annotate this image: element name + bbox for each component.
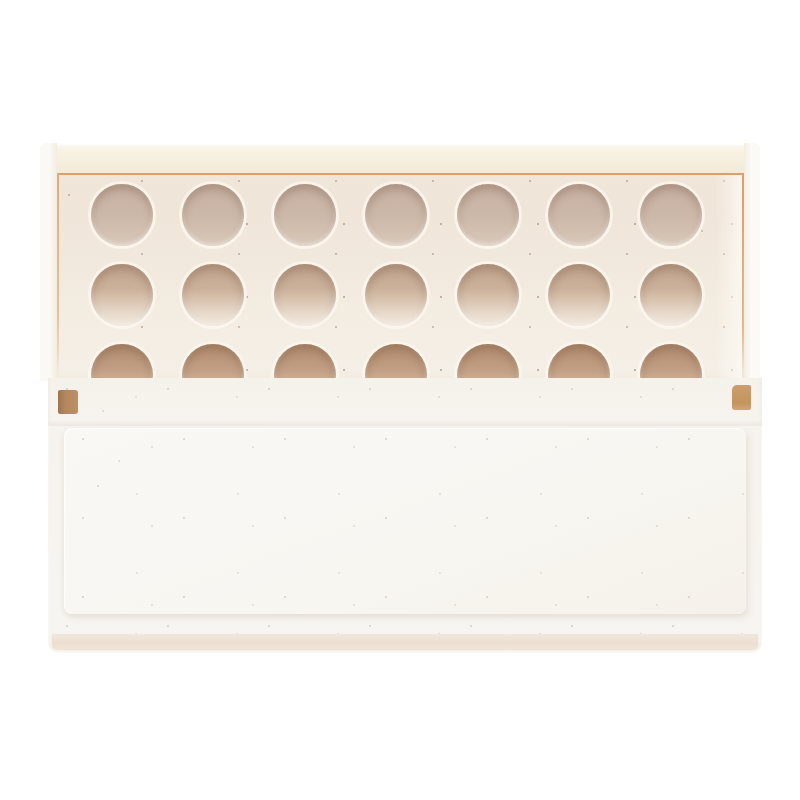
board-cell-r1c1: [76, 175, 168, 255]
board-cell-r1c7: [625, 175, 717, 255]
board-hole: [640, 264, 702, 326]
board-hole: [365, 264, 427, 326]
tray-left-wall: [40, 143, 57, 381]
board-hole: [548, 184, 610, 246]
board-cell-r2c5: [442, 255, 534, 335]
board-cell-r1c2: [168, 175, 260, 255]
board-cell-r2c6: [534, 255, 626, 335]
tray-inset-line-left: [57, 173, 59, 381]
tray-right-wall: [744, 143, 760, 381]
lid-bottom-edge: [52, 634, 758, 650]
board-hole: [91, 184, 153, 246]
board-hole: [274, 184, 336, 246]
tray-top-rim: [40, 143, 760, 175]
board-cell-r2c1: [76, 255, 168, 335]
board-cell-r2c7: [625, 255, 717, 335]
board-hole: [457, 264, 519, 326]
board-cell-r1c5: [442, 175, 534, 255]
product-photo-scene: [0, 0, 800, 800]
game-box: [40, 143, 760, 653]
tray-inset-line-right: [742, 173, 744, 381]
latch-tab-left: [58, 390, 78, 414]
latch-tab-right: [732, 385, 751, 410]
board-hole: [182, 184, 244, 246]
board-tray: [40, 143, 760, 381]
board-cell-r2c2: [168, 255, 260, 335]
board-cell-r2c3: [259, 255, 351, 335]
board-hole: [457, 184, 519, 246]
board-hole: [91, 264, 153, 326]
board-cell-r1c3: [259, 175, 351, 255]
board-cell-r1c6: [534, 175, 626, 255]
board-hole: [274, 264, 336, 326]
sliding-lid: [48, 378, 762, 650]
lid-top-band: [48, 378, 762, 426]
board-hole: [365, 184, 427, 246]
board-hole: [548, 264, 610, 326]
board-cell-r1c4: [351, 175, 443, 255]
board-hole: [640, 184, 702, 246]
lid-raised-panel: [64, 428, 746, 614]
board-hole: [182, 264, 244, 326]
tray-right-highlight: [716, 175, 742, 381]
board-cell-r2c4: [351, 255, 443, 335]
